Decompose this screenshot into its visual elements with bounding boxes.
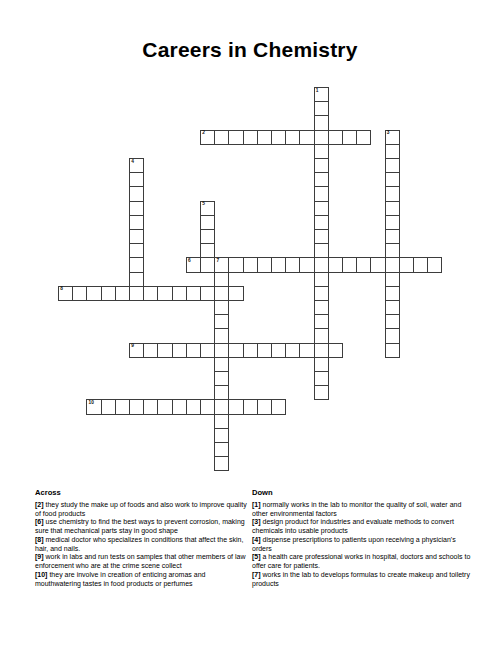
cell-r10-c23[interactable] — [385, 229, 400, 244]
cell-r18-c23[interactable] — [385, 343, 400, 358]
cell-r3-c16[interactable] — [285, 130, 300, 145]
cell-r25-c11[interactable] — [214, 442, 229, 457]
cell-r22-c14[interactable] — [257, 399, 272, 414]
cell-r22-c10[interactable] — [200, 399, 215, 414]
cell-r18-c18[interactable] — [314, 343, 329, 358]
cell-r3-c14[interactable] — [257, 130, 272, 145]
cell-r17-c11[interactable] — [214, 328, 229, 343]
cell-r18-c13[interactable] — [243, 343, 258, 358]
cell-r18-c5[interactable]: 9 — [129, 343, 144, 358]
cell-r9-c5[interactable] — [129, 215, 144, 230]
cell-r20-c18[interactable] — [314, 371, 329, 386]
cell-r14-c6[interactable] — [143, 286, 158, 301]
cell-r18-c19[interactable] — [328, 343, 343, 358]
cell-r14-c0[interactable]: 8 — [58, 286, 73, 301]
clue-number: [5] — [252, 553, 261, 560]
cell-r3-c13[interactable] — [243, 130, 258, 145]
cell-r12-c25[interactable] — [413, 257, 428, 272]
cell-r5-c18[interactable] — [314, 158, 329, 173]
cell-r18-c11[interactable] — [214, 343, 229, 358]
cell-number-10: 10 — [89, 401, 94, 406]
cell-r22-c6[interactable] — [143, 399, 158, 414]
cell-r12-c26[interactable] — [427, 257, 442, 272]
cell-r3-c17[interactable] — [299, 130, 314, 145]
cell-r3-c21[interactable] — [356, 130, 371, 145]
cell-r19-c18[interactable] — [314, 357, 329, 372]
cell-r3-c12[interactable] — [228, 130, 243, 145]
cell-r22-c9[interactable] — [186, 399, 201, 414]
clue-down-1: [1] normally works in the lab to monitor… — [252, 501, 472, 519]
cell-r12-c9[interactable]: 6 — [186, 257, 201, 272]
clues-down-list: [1] normally works in the lab to monitor… — [252, 501, 472, 589]
cell-number-5: 5 — [202, 202, 205, 207]
cell-r16-c23[interactable] — [385, 314, 400, 329]
cell-r14-c4[interactable] — [115, 286, 130, 301]
clue-number: [2] — [35, 501, 44, 508]
down-heading: Down — [252, 488, 472, 497]
cell-r12-c20[interactable] — [342, 257, 357, 272]
cell-r7-c18[interactable] — [314, 186, 329, 201]
cell-r14-c9[interactable] — [186, 286, 201, 301]
cell-r11-c18[interactable] — [314, 243, 329, 258]
cell-r22-c11[interactable] — [214, 399, 229, 414]
page: Careers in Chemistry 12345678910 Across … — [0, 0, 500, 647]
cell-r8-c10[interactable]: 5 — [200, 201, 215, 216]
puzzle-title: Careers in Chemistry — [0, 38, 500, 62]
cell-r16-c11[interactable] — [214, 314, 229, 329]
cell-r13-c18[interactable] — [314, 272, 329, 287]
cell-r14-c8[interactable] — [172, 286, 187, 301]
cell-r22-c8[interactable] — [172, 399, 187, 414]
cell-r14-c23[interactable] — [385, 286, 400, 301]
cell-r18-c6[interactable] — [143, 343, 158, 358]
cell-r12-c22[interactable] — [370, 257, 385, 272]
cell-r18-c8[interactable] — [172, 343, 187, 358]
cell-number-8: 8 — [60, 287, 63, 292]
clues-down: Down [1] normally works in the lab to mo… — [252, 488, 472, 588]
cell-r12-c11[interactable]: 7 — [214, 257, 229, 272]
cell-r8-c5[interactable] — [129, 201, 144, 216]
cell-number-2: 2 — [202, 131, 205, 136]
cell-r16-c18[interactable] — [314, 314, 329, 329]
cell-r18-c16[interactable] — [285, 343, 300, 358]
cell-r12-c13[interactable] — [243, 257, 258, 272]
cell-r24-c11[interactable] — [214, 428, 229, 443]
cell-r0-c18[interactable]: 1 — [314, 87, 329, 102]
cell-r4-c23[interactable] — [385, 144, 400, 159]
cell-r12-c21[interactable] — [356, 257, 371, 272]
cell-r3-c23[interactable]: 3 — [385, 130, 400, 145]
cell-r14-c3[interactable] — [101, 286, 116, 301]
cell-r17-c18[interactable] — [314, 328, 329, 343]
cell-r5-c23[interactable] — [385, 158, 400, 173]
clue-number: [9] — [35, 553, 44, 560]
cell-r22-c15[interactable] — [271, 399, 286, 414]
cell-number-3: 3 — [387, 131, 390, 136]
cell-number-4: 4 — [131, 160, 134, 165]
cell-r14-c18[interactable] — [314, 286, 329, 301]
clue-down-3: [3] design product for industries and ev… — [252, 518, 472, 536]
cell-r6-c5[interactable] — [129, 172, 144, 187]
cell-r4-c18[interactable] — [314, 144, 329, 159]
cell-r6-c18[interactable] — [314, 172, 329, 187]
cell-r23-c11[interactable] — [214, 414, 229, 429]
clue-across-2: [2] they study the make up of foods and … — [35, 501, 252, 519]
cell-r12-c18[interactable] — [314, 257, 329, 272]
cell-r13-c11[interactable] — [214, 272, 229, 287]
clue-number: [1] — [252, 501, 261, 508]
cell-r26-c11[interactable] — [214, 456, 229, 471]
cell-r14-c1[interactable] — [72, 286, 87, 301]
clue-down-4: [4] dispense prescriptions to patients u… — [252, 536, 472, 554]
cell-r3-c19[interactable] — [328, 130, 343, 145]
cell-r3-c18[interactable] — [314, 130, 329, 145]
cell-r3-c15[interactable] — [271, 130, 286, 145]
cell-r18-c7[interactable] — [157, 343, 172, 358]
cell-r12-c14[interactable] — [257, 257, 272, 272]
clue-across-6: [6] use chemistry to find the best ways … — [35, 518, 252, 536]
clue-down-7: [7] works in the lab to develops formula… — [252, 571, 472, 589]
cell-number-6: 6 — [188, 259, 191, 264]
cell-r10-c10[interactable] — [200, 229, 215, 244]
cell-r3-c11[interactable] — [214, 130, 229, 145]
across-heading: Across — [35, 488, 252, 497]
cell-r9-c23[interactable] — [385, 215, 400, 230]
clue-number: [7] — [252, 571, 261, 578]
cell-r14-c10[interactable] — [200, 286, 215, 301]
cell-r5-c5[interactable]: 4 — [129, 158, 144, 173]
cell-number-1: 1 — [316, 89, 319, 94]
clue-number: [6] — [35, 518, 44, 525]
cell-r12-c23[interactable] — [385, 257, 400, 272]
cell-r7-c23[interactable] — [385, 186, 400, 201]
clue-across-10: [10] they are involve in creation of ent… — [35, 571, 252, 589]
clue-number: [10] — [35, 571, 47, 578]
cell-r19-c11[interactable] — [214, 357, 229, 372]
cell-r18-c12[interactable] — [228, 343, 243, 358]
cell-r14-c7[interactable] — [157, 286, 172, 301]
clue-number: [3] — [252, 518, 261, 525]
cell-r15-c11[interactable] — [214, 300, 229, 315]
cell-r18-c10[interactable] — [200, 343, 215, 358]
cell-r9-c18[interactable] — [314, 215, 329, 230]
cell-r12-c19[interactable] — [328, 257, 343, 272]
cell-r12-c5[interactable] — [129, 257, 144, 272]
cell-r1-c18[interactable] — [314, 101, 329, 116]
cell-r22-c4[interactable] — [115, 399, 130, 414]
cell-r20-c11[interactable] — [214, 371, 229, 386]
cell-r12-c17[interactable] — [299, 257, 314, 272]
cell-number-7: 7 — [216, 259, 219, 264]
cell-r17-c23[interactable] — [385, 328, 400, 343]
cell-r12-c10[interactable] — [200, 257, 215, 272]
cell-r11-c10[interactable] — [200, 243, 215, 258]
cell-r21-c11[interactable] — [214, 385, 229, 400]
cell-r18-c17[interactable] — [299, 343, 314, 358]
cell-r18-c15[interactable] — [271, 343, 286, 358]
clue-down-5: [5] a health care professional works in … — [252, 553, 472, 571]
cell-r22-c3[interactable] — [101, 399, 116, 414]
cell-r10-c18[interactable] — [314, 229, 329, 244]
cell-r11-c23[interactable] — [385, 243, 400, 258]
cell-r18-c9[interactable] — [186, 343, 201, 358]
cell-r12-c12[interactable] — [228, 257, 243, 272]
clues-across-list: [2] they study the make up of foods and … — [35, 501, 252, 589]
clue-across-9: [9] work in labs and run tests on sample… — [35, 553, 252, 571]
cell-r13-c23[interactable] — [385, 272, 400, 287]
cell-r8-c23[interactable] — [385, 201, 400, 216]
cell-r2-c18[interactable] — [314, 115, 329, 130]
cell-r22-c13[interactable] — [243, 399, 258, 414]
clue-number: [4] — [252, 536, 261, 543]
cell-r22-c12[interactable] — [228, 399, 243, 414]
cell-r14-c5[interactable] — [129, 286, 144, 301]
cell-r3-c20[interactable] — [342, 130, 357, 145]
cell-r12-c15[interactable] — [271, 257, 286, 272]
clue-across-8: [8] medical doctor who specializes in co… — [35, 536, 252, 554]
cell-r6-c23[interactable] — [385, 172, 400, 187]
clues-across: Across [2] they study the make up of foo… — [35, 488, 252, 588]
cell-r21-c18[interactable] — [314, 385, 329, 400]
cell-r7-c5[interactable] — [129, 186, 144, 201]
cell-r22-c2[interactable]: 10 — [86, 399, 101, 414]
cell-r13-c5[interactable] — [129, 272, 144, 287]
cell-r10-c5[interactable] — [129, 229, 144, 244]
cell-r14-c12[interactable] — [228, 286, 243, 301]
crossword-grid: 12345678910 — [58, 87, 442, 471]
cell-r12-c24[interactable] — [399, 257, 414, 272]
cell-r22-c5[interactable] — [129, 399, 144, 414]
cell-r3-c10[interactable]: 2 — [200, 130, 215, 145]
cell-r9-c10[interactable] — [200, 215, 215, 230]
cell-r8-c18[interactable] — [314, 201, 329, 216]
cell-r11-c5[interactable] — [129, 243, 144, 258]
cell-r14-c2[interactable] — [86, 286, 101, 301]
clue-number: [8] — [35, 536, 44, 543]
cell-r18-c14[interactable] — [257, 343, 272, 358]
cell-r12-c16[interactable] — [285, 257, 300, 272]
cell-r22-c7[interactable] — [157, 399, 172, 414]
cell-r15-c23[interactable] — [385, 300, 400, 315]
cell-r14-c11[interactable] — [214, 286, 229, 301]
cell-number-9: 9 — [131, 344, 134, 349]
cell-r15-c18[interactable] — [314, 300, 329, 315]
